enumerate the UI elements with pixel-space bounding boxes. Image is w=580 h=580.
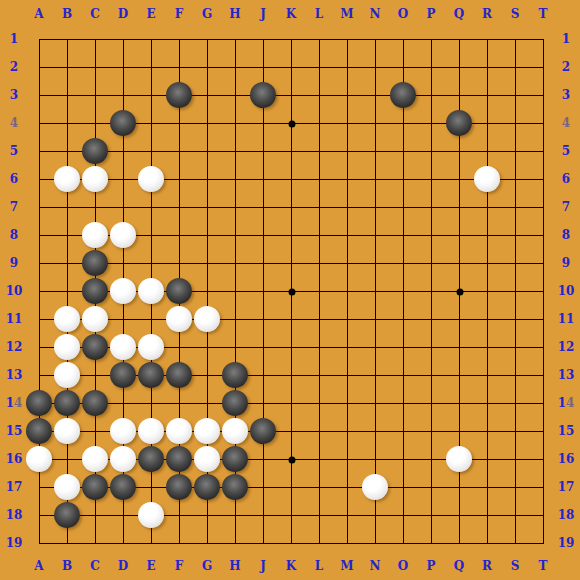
intersection[interactable]	[277, 249, 305, 277]
intersection[interactable]	[305, 277, 333, 305]
intersection[interactable]	[53, 501, 81, 529]
intersection[interactable]	[165, 305, 193, 333]
intersection[interactable]	[249, 305, 277, 333]
intersection[interactable]	[25, 361, 53, 389]
intersection[interactable]	[25, 249, 53, 277]
intersection[interactable]	[445, 305, 473, 333]
intersection[interactable]	[417, 473, 445, 501]
intersection[interactable]	[249, 25, 277, 53]
intersection[interactable]	[305, 417, 333, 445]
intersection[interactable]	[137, 417, 165, 445]
intersection[interactable]	[165, 361, 193, 389]
intersection[interactable]	[501, 501, 529, 529]
intersection[interactable]	[137, 333, 165, 361]
intersection[interactable]	[109, 333, 137, 361]
intersection[interactable]	[417, 249, 445, 277]
intersection[interactable]	[277, 445, 305, 473]
intersection[interactable]	[277, 305, 305, 333]
intersection[interactable]	[389, 305, 417, 333]
intersection[interactable]	[193, 81, 221, 109]
intersection[interactable]	[109, 277, 137, 305]
intersection[interactable]	[501, 389, 529, 417]
intersection[interactable]	[333, 221, 361, 249]
intersection[interactable]	[333, 445, 361, 473]
intersection[interactable]	[249, 445, 277, 473]
intersection[interactable]	[445, 193, 473, 221]
intersection[interactable]	[81, 445, 109, 473]
intersection[interactable]	[137, 361, 165, 389]
intersection[interactable]	[445, 25, 473, 53]
intersection[interactable]	[25, 473, 53, 501]
intersection[interactable]	[53, 417, 81, 445]
intersection[interactable]	[361, 193, 389, 221]
intersection[interactable]	[165, 109, 193, 137]
intersection[interactable]	[389, 193, 417, 221]
intersection[interactable]	[305, 361, 333, 389]
intersection[interactable]	[473, 389, 501, 417]
intersection[interactable]	[137, 165, 165, 193]
intersection[interactable]	[501, 25, 529, 53]
intersection[interactable]	[389, 137, 417, 165]
intersection[interactable]	[193, 109, 221, 137]
intersection[interactable]	[165, 501, 193, 529]
intersection[interactable]	[193, 53, 221, 81]
intersection[interactable]	[361, 305, 389, 333]
intersection[interactable]	[165, 193, 193, 221]
intersection[interactable]	[249, 277, 277, 305]
intersection[interactable]	[249, 193, 277, 221]
intersection[interactable]	[389, 277, 417, 305]
intersection[interactable]	[137, 445, 165, 473]
intersection[interactable]	[25, 53, 53, 81]
intersection[interactable]	[25, 81, 53, 109]
intersection[interactable]	[417, 25, 445, 53]
intersection[interactable]	[389, 417, 417, 445]
intersection[interactable]	[305, 221, 333, 249]
intersection[interactable]	[53, 445, 81, 473]
intersection[interactable]	[473, 333, 501, 361]
intersection[interactable]	[305, 473, 333, 501]
intersection[interactable]	[53, 361, 81, 389]
intersection[interactable]	[137, 137, 165, 165]
intersection[interactable]	[501, 109, 529, 137]
intersection[interactable]	[193, 137, 221, 165]
intersection[interactable]	[389, 221, 417, 249]
intersection[interactable]	[473, 109, 501, 137]
intersection[interactable]	[417, 109, 445, 137]
intersection[interactable]	[193, 193, 221, 221]
intersection[interactable]	[193, 221, 221, 249]
intersection[interactable]	[333, 333, 361, 361]
intersection[interactable]	[109, 137, 137, 165]
intersection[interactable]	[193, 25, 221, 53]
intersection[interactable]	[249, 389, 277, 417]
intersection[interactable]	[221, 249, 249, 277]
intersection[interactable]	[221, 277, 249, 305]
intersection[interactable]	[305, 333, 333, 361]
intersection[interactable]	[165, 81, 193, 109]
intersection[interactable]	[445, 501, 473, 529]
intersection[interactable]	[277, 81, 305, 109]
intersection[interactable]	[137, 389, 165, 417]
intersection[interactable]	[417, 445, 445, 473]
intersection[interactable]	[417, 333, 445, 361]
intersection[interactable]	[501, 305, 529, 333]
intersection[interactable]	[361, 389, 389, 417]
intersection[interactable]	[165, 165, 193, 193]
intersection[interactable]	[417, 389, 445, 417]
intersection[interactable]	[53, 221, 81, 249]
intersection[interactable]	[137, 501, 165, 529]
intersection[interactable]	[305, 193, 333, 221]
intersection[interactable]	[249, 417, 277, 445]
intersection[interactable]	[221, 417, 249, 445]
intersection[interactable]	[193, 361, 221, 389]
intersection[interactable]	[361, 165, 389, 193]
intersection[interactable]	[81, 53, 109, 81]
intersection[interactable]	[473, 221, 501, 249]
intersection[interactable]	[389, 333, 417, 361]
intersection[interactable]	[501, 417, 529, 445]
intersection[interactable]	[25, 221, 53, 249]
intersection[interactable]	[361, 501, 389, 529]
intersection[interactable]	[501, 249, 529, 277]
intersection[interactable]	[473, 361, 501, 389]
intersection[interactable]	[501, 277, 529, 305]
intersection[interactable]	[109, 501, 137, 529]
intersection[interactable]	[305, 305, 333, 333]
intersection[interactable]	[137, 249, 165, 277]
intersection[interactable]	[333, 249, 361, 277]
intersection[interactable]	[221, 221, 249, 249]
intersection[interactable]	[165, 137, 193, 165]
intersection[interactable]	[473, 81, 501, 109]
intersection[interactable]	[137, 221, 165, 249]
intersection[interactable]	[25, 25, 53, 53]
intersection[interactable]	[277, 165, 305, 193]
intersection[interactable]	[165, 445, 193, 473]
intersection[interactable]	[25, 305, 53, 333]
intersection[interactable]	[221, 445, 249, 473]
intersection[interactable]	[417, 137, 445, 165]
intersection[interactable]	[221, 109, 249, 137]
intersection[interactable]	[333, 109, 361, 137]
intersection[interactable]	[249, 501, 277, 529]
intersection[interactable]	[333, 25, 361, 53]
intersection[interactable]	[389, 25, 417, 53]
intersection[interactable]	[501, 333, 529, 361]
intersection[interactable]	[305, 445, 333, 473]
intersection[interactable]	[81, 25, 109, 53]
intersection[interactable]	[305, 165, 333, 193]
intersection[interactable]	[81, 389, 109, 417]
intersection[interactable]	[277, 221, 305, 249]
intersection[interactable]	[193, 277, 221, 305]
intersection[interactable]	[109, 417, 137, 445]
intersection[interactable]	[277, 137, 305, 165]
intersection[interactable]	[277, 417, 305, 445]
intersection[interactable]	[501, 361, 529, 389]
intersection[interactable]	[361, 333, 389, 361]
intersection[interactable]	[25, 277, 53, 305]
intersection[interactable]	[193, 165, 221, 193]
intersection[interactable]	[417, 165, 445, 193]
intersection[interactable]	[193, 417, 221, 445]
intersection[interactable]	[333, 277, 361, 305]
intersection[interactable]	[53, 193, 81, 221]
intersection[interactable]	[137, 109, 165, 137]
intersection[interactable]	[81, 417, 109, 445]
intersection[interactable]	[165, 25, 193, 53]
intersection[interactable]	[249, 53, 277, 81]
intersection[interactable]	[389, 165, 417, 193]
intersection[interactable]	[81, 473, 109, 501]
intersection[interactable]	[221, 81, 249, 109]
intersection[interactable]	[473, 193, 501, 221]
intersection[interactable]	[53, 249, 81, 277]
intersection[interactable]	[445, 81, 473, 109]
intersection[interactable]	[501, 137, 529, 165]
intersection[interactable]	[305, 249, 333, 277]
intersection[interactable]	[417, 277, 445, 305]
intersection[interactable]	[53, 473, 81, 501]
intersection[interactable]	[361, 445, 389, 473]
intersection[interactable]	[53, 137, 81, 165]
intersection[interactable]	[333, 81, 361, 109]
intersection[interactable]	[165, 249, 193, 277]
intersection[interactable]	[501, 165, 529, 193]
intersection[interactable]	[53, 277, 81, 305]
intersection[interactable]	[25, 333, 53, 361]
intersection[interactable]	[445, 165, 473, 193]
intersection[interactable]	[445, 445, 473, 473]
intersection[interactable]	[165, 417, 193, 445]
intersection[interactable]	[249, 165, 277, 193]
intersection[interactable]	[165, 221, 193, 249]
intersection[interactable]	[137, 53, 165, 81]
intersection[interactable]	[305, 53, 333, 81]
intersection[interactable]	[277, 25, 305, 53]
intersection[interactable]	[361, 25, 389, 53]
intersection[interactable]	[109, 445, 137, 473]
intersection[interactable]	[417, 501, 445, 529]
intersection[interactable]	[193, 445, 221, 473]
intersection[interactable]	[81, 501, 109, 529]
intersection[interactable]	[249, 249, 277, 277]
intersection[interactable]	[305, 501, 333, 529]
intersection[interactable]	[109, 389, 137, 417]
intersection[interactable]	[361, 277, 389, 305]
intersection[interactable]	[277, 193, 305, 221]
intersection[interactable]	[473, 249, 501, 277]
intersection[interactable]	[361, 473, 389, 501]
intersection[interactable]	[445, 417, 473, 445]
intersection[interactable]	[305, 81, 333, 109]
intersection[interactable]	[249, 81, 277, 109]
intersection[interactable]	[445, 53, 473, 81]
intersection[interactable]	[25, 501, 53, 529]
intersection[interactable]	[53, 25, 81, 53]
intersection[interactable]	[333, 53, 361, 81]
intersection[interactable]	[333, 361, 361, 389]
intersection[interactable]	[81, 193, 109, 221]
intersection[interactable]	[501, 53, 529, 81]
intersection[interactable]	[473, 165, 501, 193]
intersection[interactable]	[81, 221, 109, 249]
intersection[interactable]	[81, 81, 109, 109]
intersection[interactable]	[445, 137, 473, 165]
intersection[interactable]	[473, 277, 501, 305]
intersection[interactable]	[249, 473, 277, 501]
intersection[interactable]	[277, 333, 305, 361]
intersection[interactable]	[445, 333, 473, 361]
intersection[interactable]	[221, 193, 249, 221]
intersection[interactable]	[25, 193, 53, 221]
intersection[interactable]	[221, 53, 249, 81]
intersection[interactable]	[137, 305, 165, 333]
intersection[interactable]	[417, 81, 445, 109]
intersection[interactable]	[333, 501, 361, 529]
intersection[interactable]	[53, 109, 81, 137]
intersection[interactable]	[417, 53, 445, 81]
intersection[interactable]	[81, 333, 109, 361]
intersection[interactable]	[81, 305, 109, 333]
intersection[interactable]	[361, 53, 389, 81]
intersection[interactable]	[109, 221, 137, 249]
intersection[interactable]	[193, 249, 221, 277]
intersection[interactable]	[277, 53, 305, 81]
intersection[interactable]	[53, 165, 81, 193]
intersection[interactable]	[445, 277, 473, 305]
intersection[interactable]	[333, 389, 361, 417]
intersection[interactable]	[53, 389, 81, 417]
intersection[interactable]	[333, 193, 361, 221]
intersection[interactable]	[25, 165, 53, 193]
intersection[interactable]	[53, 305, 81, 333]
intersection[interactable]	[389, 109, 417, 137]
intersection[interactable]	[81, 137, 109, 165]
intersection[interactable]	[193, 501, 221, 529]
intersection[interactable]	[417, 305, 445, 333]
intersection[interactable]	[333, 473, 361, 501]
intersection[interactable]	[501, 221, 529, 249]
intersection[interactable]	[501, 81, 529, 109]
intersection[interactable]	[81, 165, 109, 193]
intersection[interactable]	[333, 305, 361, 333]
intersection[interactable]	[221, 473, 249, 501]
intersection[interactable]	[361, 361, 389, 389]
intersection[interactable]	[25, 137, 53, 165]
intersection[interactable]	[193, 389, 221, 417]
intersection[interactable]	[137, 277, 165, 305]
intersection[interactable]	[389, 445, 417, 473]
intersection[interactable]	[473, 473, 501, 501]
intersection[interactable]	[277, 501, 305, 529]
intersection[interactable]	[361, 249, 389, 277]
intersection[interactable]	[109, 249, 137, 277]
intersection[interactable]	[445, 109, 473, 137]
intersection[interactable]	[501, 473, 529, 501]
intersection[interactable]	[361, 81, 389, 109]
intersection[interactable]	[445, 361, 473, 389]
intersection[interactable]	[193, 305, 221, 333]
intersection[interactable]	[501, 193, 529, 221]
intersection[interactable]	[109, 473, 137, 501]
intersection[interactable]	[277, 389, 305, 417]
intersection[interactable]	[417, 361, 445, 389]
intersection[interactable]	[165, 389, 193, 417]
intersection[interactable]	[137, 81, 165, 109]
intersection[interactable]	[221, 333, 249, 361]
intersection[interactable]	[137, 25, 165, 53]
intersection[interactable]	[445, 221, 473, 249]
intersection[interactable]	[445, 249, 473, 277]
intersection[interactable]	[109, 53, 137, 81]
intersection[interactable]	[53, 53, 81, 81]
intersection[interactable]	[109, 165, 137, 193]
intersection[interactable]	[165, 473, 193, 501]
intersection[interactable]	[277, 277, 305, 305]
intersection[interactable]	[249, 333, 277, 361]
intersection[interactable]	[81, 361, 109, 389]
intersection[interactable]	[221, 137, 249, 165]
intersection[interactable]	[473, 501, 501, 529]
intersection[interactable]	[137, 193, 165, 221]
intersection[interactable]	[109, 109, 137, 137]
intersection[interactable]	[277, 361, 305, 389]
intersection[interactable]	[389, 361, 417, 389]
intersection[interactable]	[473, 445, 501, 473]
intersection[interactable]	[53, 333, 81, 361]
intersection[interactable]	[109, 361, 137, 389]
intersection[interactable]	[165, 333, 193, 361]
intersection[interactable]	[109, 25, 137, 53]
intersection[interactable]	[221, 25, 249, 53]
intersection[interactable]	[389, 81, 417, 109]
intersection[interactable]	[277, 109, 305, 137]
intersection[interactable]	[389, 501, 417, 529]
intersection[interactable]	[389, 473, 417, 501]
intersection[interactable]	[333, 165, 361, 193]
intersection[interactable]	[305, 25, 333, 53]
intersection[interactable]	[473, 305, 501, 333]
intersection[interactable]	[81, 109, 109, 137]
intersection[interactable]	[389, 249, 417, 277]
intersection[interactable]	[249, 109, 277, 137]
intersection[interactable]	[221, 501, 249, 529]
intersection[interactable]	[165, 53, 193, 81]
intersection[interactable]	[501, 445, 529, 473]
intersection[interactable]	[305, 137, 333, 165]
intersection[interactable]	[53, 81, 81, 109]
intersection[interactable]	[333, 417, 361, 445]
intersection[interactable]	[193, 333, 221, 361]
intersection[interactable]	[109, 305, 137, 333]
intersection[interactable]	[361, 417, 389, 445]
intersection[interactable]	[25, 389, 53, 417]
intersection[interactable]	[333, 137, 361, 165]
intersection[interactable]	[445, 473, 473, 501]
intersection[interactable]	[81, 249, 109, 277]
intersection[interactable]	[305, 389, 333, 417]
intersection[interactable]	[473, 417, 501, 445]
intersection[interactable]	[361, 109, 389, 137]
intersection[interactable]	[193, 473, 221, 501]
intersection[interactable]	[305, 109, 333, 137]
intersection[interactable]	[25, 445, 53, 473]
intersection[interactable]	[473, 137, 501, 165]
intersection[interactable]	[361, 221, 389, 249]
